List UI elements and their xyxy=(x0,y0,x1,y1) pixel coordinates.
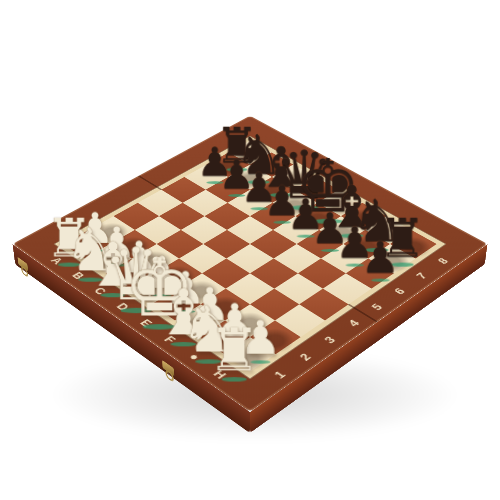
chess-board: ABCDEF●H 12345678 ♜♞♝♛♚♝♞♜♟♟♟♟♟♟♟♟♟♟♟♟♟♟… xyxy=(12,116,487,412)
white-rook-h1: ♜ xyxy=(180,320,288,380)
perspective-camera: ABCDEF●H 12345678 ♜♞♝♛♚♝♞♜♟♟♟♟♟♟♟♟♟♟♟♟♟♟… xyxy=(0,0,500,500)
chess-set-photo: Wooden folding tournament chess set on a… xyxy=(0,0,500,500)
black-pawn-h7: ♟ xyxy=(331,236,430,280)
